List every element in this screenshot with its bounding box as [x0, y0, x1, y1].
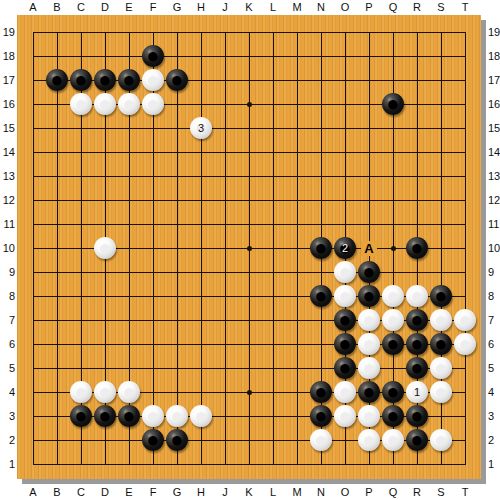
coord-label-col-D-top: D — [93, 1, 117, 13]
black-stone: ● — [118, 69, 140, 91]
white-stone: ● — [142, 69, 164, 91]
coord-label-col-T-bottom: T — [453, 486, 477, 498]
coord-label-col-N-bottom: N — [309, 486, 333, 498]
white-stone: ●3 — [190, 117, 212, 139]
coord-label-col-Q-bottom: Q — [381, 486, 405, 498]
white-stone-glyph: ● — [334, 285, 356, 307]
coord-label-row-7-left: 7 — [0, 308, 15, 332]
coord-label-col-T-top: T — [453, 1, 477, 13]
white-stone-glyph: ● — [142, 93, 164, 115]
black-stone-glyph: ● — [358, 381, 380, 403]
white-stone: ● — [334, 261, 356, 283]
black-stone: ● — [166, 69, 188, 91]
black-stone: ● — [334, 309, 356, 331]
white-stone: ● — [358, 429, 380, 451]
black-stone: ● — [358, 381, 380, 403]
move-number-label: 3 — [198, 123, 204, 134]
black-stone: ● — [406, 333, 428, 355]
black-stone: ● — [406, 429, 428, 451]
coord-label-row-12-right: 12 — [488, 188, 500, 212]
black-stone: ● — [94, 69, 116, 91]
black-stone: ● — [142, 429, 164, 451]
black-stone-glyph: ● — [406, 429, 428, 451]
coord-label-row-18-right: 18 — [488, 44, 500, 68]
black-stone-glyph: ● — [382, 333, 404, 355]
coord-label-col-F-bottom: F — [141, 486, 165, 498]
coord-label-row-4-left: 4 — [0, 380, 15, 404]
coord-label-col-E-bottom: E — [117, 486, 141, 498]
coord-label-col-M-bottom: M — [285, 486, 309, 498]
coord-label-col-S-top: S — [429, 1, 453, 13]
black-stone: ● — [406, 405, 428, 427]
coord-label-row-6-right: 6 — [488, 332, 500, 356]
white-stone-glyph: ● — [118, 93, 140, 115]
white-stone: ● — [334, 285, 356, 307]
coord-label-row-14-left: 14 — [0, 140, 15, 164]
black-stone-glyph: ● — [310, 381, 332, 403]
black-stone-glyph: ● — [118, 405, 140, 427]
black-stone: ● — [406, 237, 428, 259]
coord-label-row-2-left: 2 — [0, 428, 15, 452]
black-stone-glyph: ● — [310, 285, 332, 307]
black-stone: ● — [382, 381, 404, 403]
black-stone-glyph: ● — [166, 429, 188, 451]
coord-label-row-15-left: 15 — [0, 116, 15, 140]
white-stone: ● — [334, 405, 356, 427]
black-stone-glyph: ● — [142, 429, 164, 451]
black-stone: ● — [142, 45, 164, 67]
black-stone: ● — [406, 309, 428, 331]
black-stone: ● — [310, 285, 332, 307]
coord-label-row-15-right: 15 — [488, 116, 500, 140]
black-stone-glyph: ● — [46, 69, 68, 91]
white-stone-glyph: ● — [118, 381, 140, 403]
white-stone: ● — [310, 429, 332, 451]
coord-label-row-13-left: 13 — [0, 164, 15, 188]
black-stone-glyph: ● — [166, 69, 188, 91]
coord-label-row-5-left: 5 — [0, 356, 15, 380]
coord-label-col-B-bottom: B — [45, 486, 69, 498]
white-stone: ● — [190, 405, 212, 427]
white-stone-glyph: ● — [70, 381, 92, 403]
white-stone-glyph: ● — [454, 309, 476, 331]
coord-label-row-5-right: 5 — [488, 356, 500, 380]
black-stone-glyph: ● — [142, 45, 164, 67]
white-stone: ● — [142, 93, 164, 115]
coord-label-col-F-top: F — [141, 1, 165, 13]
white-stone: ● — [94, 381, 116, 403]
coord-label-col-Q-top: Q — [381, 1, 405, 13]
stones-grid: ●●●●●●●●●●●●●3●●●2●●●●●●●●●●●●●●●●●●●●●●… — [21, 20, 477, 476]
coord-label-row-7-right: 7 — [488, 308, 500, 332]
white-stone-glyph: ● — [358, 405, 380, 427]
coord-label-col-M-top: M — [285, 1, 309, 13]
white-stone-glyph: ● — [166, 405, 188, 427]
coord-label-col-G-bottom: G — [165, 486, 189, 498]
white-stone-glyph: ● — [334, 261, 356, 283]
coord-label-col-G-top: G — [165, 1, 189, 13]
white-stone: ● — [118, 381, 140, 403]
black-stone-glyph: ● — [334, 309, 356, 331]
coord-label-row-3-left: 3 — [0, 404, 15, 428]
coord-label-row-13-right: 13 — [488, 164, 500, 188]
coord-label-row-4-right: 4 — [488, 380, 500, 404]
star-point — [391, 246, 396, 251]
white-stone-glyph: ● — [358, 309, 380, 331]
black-stone-glyph: ● — [430, 285, 452, 307]
black-stone-glyph: ● — [94, 69, 116, 91]
black-stone-glyph: ● — [430, 333, 452, 355]
black-stone-glyph: ● — [310, 237, 332, 259]
black-stone: ● — [358, 285, 380, 307]
coord-label-row-19-right: 19 — [488, 20, 500, 44]
white-stone-glyph: ● — [94, 381, 116, 403]
white-stone: ● — [94, 93, 116, 115]
black-stone-glyph: ● — [310, 405, 332, 427]
coord-label-col-H-top: H — [189, 1, 213, 13]
black-stone-glyph: ● — [358, 285, 380, 307]
white-stone-glyph: ● — [142, 405, 164, 427]
black-stone-glyph: ● — [382, 93, 404, 115]
black-stone: ● — [310, 381, 332, 403]
coord-label-col-L-bottom: L — [261, 486, 285, 498]
white-stone-glyph: ● — [334, 381, 356, 403]
white-stone-glyph: ● — [190, 405, 212, 427]
black-stone-glyph: ● — [358, 261, 380, 283]
white-stone-glyph: ● — [142, 69, 164, 91]
coord-label-row-19-left: 19 — [0, 20, 15, 44]
white-stone-glyph: ● — [358, 429, 380, 451]
star-point — [247, 246, 252, 251]
coord-label-row-9-left: 9 — [0, 260, 15, 284]
black-stone-glyph: ● — [334, 357, 356, 379]
black-stone: ● — [70, 405, 92, 427]
coord-label-row-14-right: 14 — [488, 140, 500, 164]
black-stone-glyph: ● — [406, 309, 428, 331]
white-stone: ● — [94, 237, 116, 259]
coord-label-col-B-top: B — [45, 1, 69, 13]
white-stone: ● — [406, 285, 428, 307]
black-stone-glyph: ● — [94, 405, 116, 427]
white-stone-glyph: ● — [358, 357, 380, 379]
white-stone-glyph: ● — [94, 93, 116, 115]
coord-label-row-10-left: 10 — [0, 236, 15, 260]
white-stone: ● — [382, 429, 404, 451]
coord-label-col-O-bottom: O — [333, 486, 357, 498]
black-stone: ● — [94, 405, 116, 427]
white-stone-glyph: ● — [94, 237, 116, 259]
white-stone: ● — [358, 309, 380, 331]
go-diagram: ●●●●●●●●●●●●●3●●●2●●●●●●●●●●●●●●●●●●●●●●… — [0, 0, 500, 500]
coord-label-row-8-right: 8 — [488, 284, 500, 308]
black-stone-glyph: ● — [118, 69, 140, 91]
coord-label-col-L-top: L — [261, 1, 285, 13]
coord-label-row-17-left: 17 — [0, 68, 15, 92]
black-stone: ● — [310, 405, 332, 427]
white-stone: ● — [358, 405, 380, 427]
white-stone: ● — [430, 429, 452, 451]
coord-label-col-P-bottom: P — [357, 486, 381, 498]
black-stone: ● — [118, 405, 140, 427]
go-board[interactable]: ●●●●●●●●●●●●●3●●●2●●●●●●●●●●●●●●●●●●●●●●… — [17, 15, 481, 479]
black-stone: ● — [46, 69, 68, 91]
white-stone: ● — [142, 405, 164, 427]
coord-label-row-16-left: 16 — [0, 92, 15, 116]
coord-label-col-A-bottom: A — [21, 486, 45, 498]
white-stone: ● — [166, 405, 188, 427]
white-stone-glyph: ● — [430, 309, 452, 331]
white-stone-glyph: ● — [382, 309, 404, 331]
coord-label-col-K-top: K — [237, 1, 261, 13]
coord-label-col-P-top: P — [357, 1, 381, 13]
coord-label-row-1-right: 1 — [488, 452, 500, 476]
black-stone: ● — [382, 93, 404, 115]
white-stone-glyph: ● — [310, 429, 332, 451]
white-stone-glyph: ● — [334, 405, 356, 427]
black-stone-glyph: ● — [382, 405, 404, 427]
coord-label-col-S-bottom: S — [429, 486, 453, 498]
coord-label-col-D-bottom: D — [93, 486, 117, 498]
coord-label-row-17-right: 17 — [488, 68, 500, 92]
white-stone-glyph: ● — [358, 333, 380, 355]
white-stone-glyph: ● — [382, 429, 404, 451]
white-stone: ● — [70, 93, 92, 115]
black-stone-glyph: ● — [406, 405, 428, 427]
black-stone: ●2 — [334, 237, 356, 259]
coord-label-row-1-left: 1 — [0, 452, 15, 476]
black-stone-glyph: ● — [382, 381, 404, 403]
coord-label-col-O-top: O — [333, 1, 357, 13]
coord-label-col-R-bottom: R — [405, 486, 429, 498]
white-stone: ● — [382, 285, 404, 307]
white-stone-glyph: ● — [430, 357, 452, 379]
move-number-label: 2 — [342, 243, 348, 254]
star-point — [247, 102, 252, 107]
coord-label-row-18-left: 18 — [0, 44, 15, 68]
coord-label-row-11-right: 11 — [488, 212, 500, 236]
white-stone-glyph: ● — [70, 93, 92, 115]
coord-label-col-C-top: C — [69, 1, 93, 13]
white-stone-glyph: ● — [454, 333, 476, 355]
coord-label-row-6-left: 6 — [0, 332, 15, 356]
black-stone: ● — [406, 357, 428, 379]
black-stone-glyph: ● — [406, 333, 428, 355]
coord-label-col-K-bottom: K — [237, 486, 261, 498]
coord-label-row-9-right: 9 — [488, 260, 500, 284]
white-stone: ● — [358, 357, 380, 379]
star-point — [247, 390, 252, 395]
white-stone: ●1 — [406, 381, 428, 403]
coord-label-col-A-top: A — [21, 1, 45, 13]
coord-label-col-J-top: J — [213, 1, 237, 13]
white-stone: ● — [118, 93, 140, 115]
coord-label-col-N-top: N — [309, 1, 333, 13]
black-stone: ● — [334, 357, 356, 379]
coord-label-row-12-left: 12 — [0, 188, 15, 212]
coord-label-row-8-left: 8 — [0, 284, 15, 308]
white-stone-glyph: ● — [406, 285, 428, 307]
white-stone: ● — [454, 333, 476, 355]
black-stone-glyph: ● — [406, 357, 428, 379]
coord-label-col-H-bottom: H — [189, 486, 213, 498]
black-stone-glyph: ● — [406, 237, 428, 259]
black-stone-glyph: ● — [70, 405, 92, 427]
black-stone: ● — [310, 237, 332, 259]
coord-label-col-J-bottom: J — [213, 486, 237, 498]
black-stone: ● — [166, 429, 188, 451]
white-stone: ● — [382, 309, 404, 331]
white-stone-glyph: ● — [430, 381, 452, 403]
coord-label-row-2-right: 2 — [488, 428, 500, 452]
black-stone: ● — [382, 405, 404, 427]
white-stone-glyph: ● — [382, 285, 404, 307]
white-stone: ● — [430, 309, 452, 331]
white-stone: ● — [430, 357, 452, 379]
black-stone: ● — [358, 261, 380, 283]
coord-label-col-E-top: E — [117, 1, 141, 13]
white-stone: ● — [454, 309, 476, 331]
black-stone: ● — [430, 285, 452, 307]
coord-label-col-R-top: R — [405, 1, 429, 13]
white-stone: ● — [334, 381, 356, 403]
white-stone: ● — [358, 333, 380, 355]
coord-label-row-16-right: 16 — [488, 92, 500, 116]
black-stone-glyph: ● — [334, 333, 356, 355]
coord-label-col-C-bottom: C — [69, 486, 93, 498]
black-stone-glyph: ● — [70, 69, 92, 91]
black-stone: ● — [430, 333, 452, 355]
coord-label-row-11-left: 11 — [0, 212, 15, 236]
point-label-A: A — [361, 241, 376, 256]
black-stone: ● — [70, 69, 92, 91]
move-number-label: 1 — [414, 387, 420, 398]
black-stone: ● — [382, 333, 404, 355]
white-stone-glyph: ● — [430, 429, 452, 451]
white-stone: ● — [70, 381, 92, 403]
white-stone: ● — [430, 381, 452, 403]
black-stone: ● — [334, 333, 356, 355]
coord-label-row-3-right: 3 — [488, 404, 500, 428]
coord-label-row-10-right: 10 — [488, 236, 500, 260]
